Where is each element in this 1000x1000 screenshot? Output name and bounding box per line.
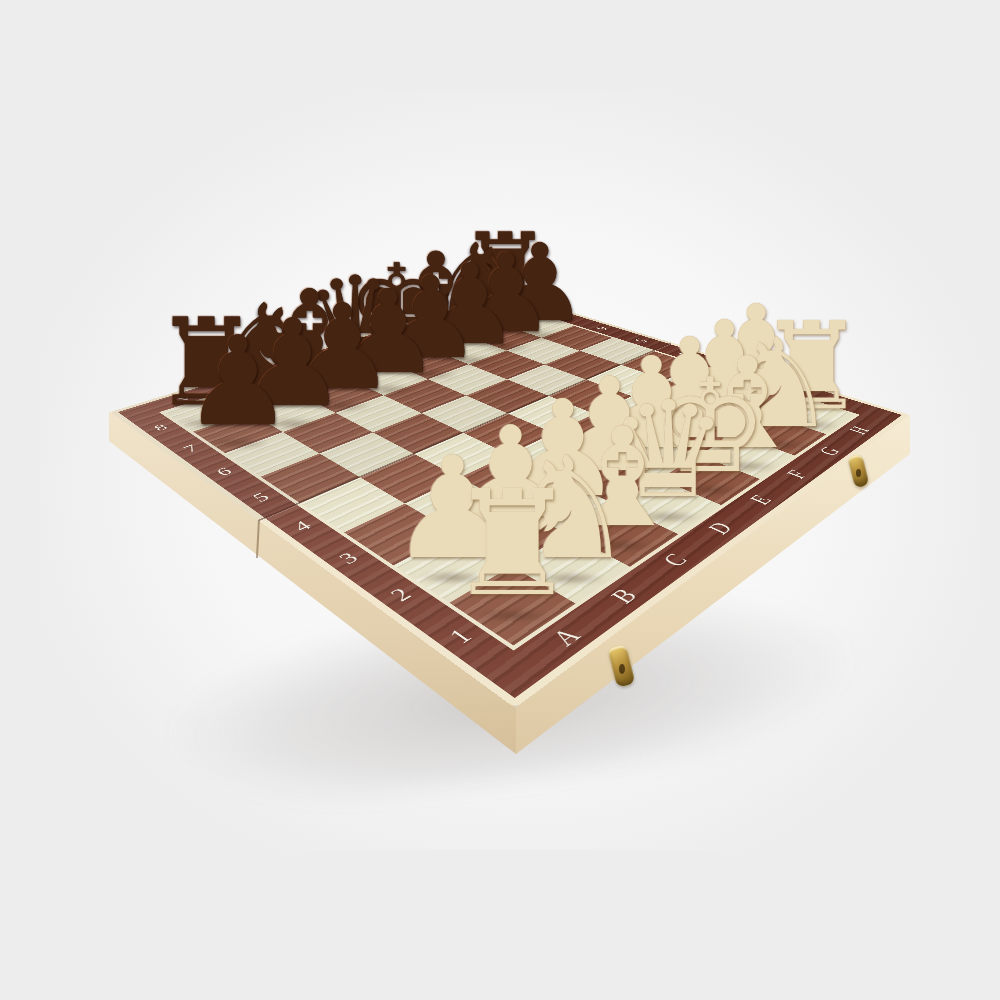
clasp-keyhole xyxy=(619,664,625,674)
brass-clasp-front xyxy=(612,646,631,686)
brass-clasp-right xyxy=(851,455,866,487)
clasp-keyhole xyxy=(856,469,861,477)
chess-set-product-photo: 87654321 87654321 ABCDEFGH ABCDEFGH ♜♞♝♛… xyxy=(0,0,1000,1000)
